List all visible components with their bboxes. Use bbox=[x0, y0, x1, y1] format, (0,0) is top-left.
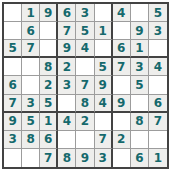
cell-r9c3: 7 bbox=[40, 149, 58, 167]
cell-r1c8[interactable] bbox=[131, 4, 149, 22]
cell-r2c8: 9 bbox=[131, 22, 149, 40]
cell-r9c2[interactable] bbox=[22, 149, 40, 167]
cell-r5c7[interactable] bbox=[113, 76, 131, 94]
cell-r4c1[interactable] bbox=[4, 58, 22, 76]
cell-r8c1: 3 bbox=[4, 131, 22, 149]
cell-r3c2: 7 bbox=[22, 40, 40, 58]
cell-r7c2: 5 bbox=[22, 113, 40, 131]
cell-r5c5: 7 bbox=[76, 76, 94, 94]
cell-r8c2: 8 bbox=[22, 131, 40, 149]
cell-r2c9: 3 bbox=[149, 22, 167, 40]
cell-r5c9[interactable] bbox=[149, 76, 167, 94]
cell-r7c5: 2 bbox=[76, 113, 94, 131]
cell-r8c9[interactable] bbox=[149, 131, 167, 149]
cell-r9c7[interactable] bbox=[113, 149, 131, 167]
cell-r4c9: 4 bbox=[149, 58, 167, 76]
sudoku-board: 1963456751935794618257346237957358496951… bbox=[2, 2, 169, 169]
sudoku-widget: 1963456751935794618257346237957358496951… bbox=[2, 2, 169, 169]
cell-r4c4: 2 bbox=[58, 58, 76, 76]
cell-r7c4: 4 bbox=[58, 113, 76, 131]
cell-r6c3: 5 bbox=[40, 95, 58, 113]
cell-r7c9: 7 bbox=[149, 113, 167, 131]
cell-r3c4: 9 bbox=[58, 40, 76, 58]
cell-r5c8: 5 bbox=[131, 76, 149, 94]
cell-r4c3: 8 bbox=[40, 58, 58, 76]
cell-r2c3[interactable] bbox=[40, 22, 58, 40]
cell-r9c1[interactable] bbox=[4, 149, 22, 167]
cell-r1c4: 6 bbox=[58, 4, 76, 22]
cell-r5c6: 9 bbox=[95, 76, 113, 94]
cell-r5c2[interactable] bbox=[22, 76, 40, 94]
cell-r8c8[interactable] bbox=[131, 131, 149, 149]
cell-r4c5[interactable] bbox=[76, 58, 94, 76]
cell-r6c4[interactable] bbox=[58, 95, 76, 113]
cell-r4c8: 3 bbox=[131, 58, 149, 76]
cell-r9c9: 1 bbox=[149, 149, 167, 167]
cell-r9c6: 3 bbox=[95, 149, 113, 167]
cell-r3c6[interactable] bbox=[95, 40, 113, 58]
cell-r6c9: 6 bbox=[149, 95, 167, 113]
cell-r6c6: 4 bbox=[95, 95, 113, 113]
cell-r8c6: 7 bbox=[95, 131, 113, 149]
cell-r9c5: 9 bbox=[76, 149, 94, 167]
cell-r3c5: 4 bbox=[76, 40, 94, 58]
cell-r7c8: 8 bbox=[131, 113, 149, 131]
cell-r6c5: 8 bbox=[76, 95, 94, 113]
cell-r8c5[interactable] bbox=[76, 131, 94, 149]
cell-r9c4: 8 bbox=[58, 149, 76, 167]
cell-r8c3: 6 bbox=[40, 131, 58, 149]
cell-r7c3: 1 bbox=[40, 113, 58, 131]
cell-r3c7: 6 bbox=[113, 40, 131, 58]
cell-r4c6: 5 bbox=[95, 58, 113, 76]
cell-r8c7: 2 bbox=[113, 131, 131, 149]
cell-r6c2: 3 bbox=[22, 95, 40, 113]
cell-r9c8: 6 bbox=[131, 149, 149, 167]
cell-r5c1: 6 bbox=[4, 76, 22, 94]
cell-r2c1[interactable] bbox=[4, 22, 22, 40]
cell-r7c6[interactable] bbox=[95, 113, 113, 131]
cell-r5c4: 3 bbox=[58, 76, 76, 94]
cell-r8c4[interactable] bbox=[58, 131, 76, 149]
cell-r1c9: 5 bbox=[149, 4, 167, 22]
cell-r1c6[interactable] bbox=[95, 4, 113, 22]
cell-r3c3[interactable] bbox=[40, 40, 58, 58]
cell-r6c7: 9 bbox=[113, 95, 131, 113]
cell-r2c5: 5 bbox=[76, 22, 94, 40]
cell-r2c2: 6 bbox=[22, 22, 40, 40]
cell-r5c3: 2 bbox=[40, 76, 58, 94]
cell-r1c7: 4 bbox=[113, 4, 131, 22]
cell-r3c8: 1 bbox=[131, 40, 149, 58]
cell-r7c7[interactable] bbox=[113, 113, 131, 131]
cell-r2c6: 1 bbox=[95, 22, 113, 40]
cell-r2c4: 7 bbox=[58, 22, 76, 40]
cell-r6c1: 7 bbox=[4, 95, 22, 113]
cell-r2c7[interactable] bbox=[113, 22, 131, 40]
cell-r1c2: 1 bbox=[22, 4, 40, 22]
cell-r1c3: 9 bbox=[40, 4, 58, 22]
cell-r4c7: 7 bbox=[113, 58, 131, 76]
cell-r6c8[interactable] bbox=[131, 95, 149, 113]
cell-r1c1[interactable] bbox=[4, 4, 22, 22]
cell-r4c2[interactable] bbox=[22, 58, 40, 76]
cell-r7c1: 9 bbox=[4, 113, 22, 131]
cell-r3c9[interactable] bbox=[149, 40, 167, 58]
cell-r1c5: 3 bbox=[76, 4, 94, 22]
cell-r3c1: 5 bbox=[4, 40, 22, 58]
